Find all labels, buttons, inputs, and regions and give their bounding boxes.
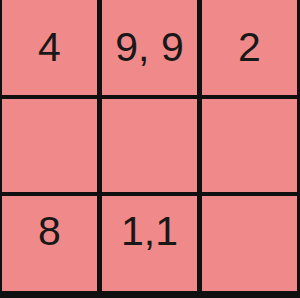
puzzle-grid: 4 9, 9 2 8 1,1 (0, 0, 300, 298)
cell-value: 4 (38, 27, 61, 68)
cell-r3c3[interactable] (202, 196, 297, 291)
cell-r1c1[interactable]: 4 (2, 0, 97, 95)
cell-r1c2[interactable]: 9, 9 (102, 0, 197, 95)
cell-r2c1[interactable] (2, 99, 97, 192)
cell-r2c3[interactable] (202, 99, 297, 192)
cell-value: 2 (238, 27, 261, 68)
cell-r3c2[interactable]: 1,1 (102, 196, 197, 291)
cell-r3c1[interactable]: 8 (2, 196, 97, 291)
cell-value: 1,1 (121, 211, 178, 252)
cell-r1c3[interactable]: 2 (202, 0, 297, 95)
cell-value: 9, 9 (115, 27, 183, 68)
cell-r2c2[interactable] (102, 99, 197, 192)
cell-value: 8 (38, 211, 61, 252)
